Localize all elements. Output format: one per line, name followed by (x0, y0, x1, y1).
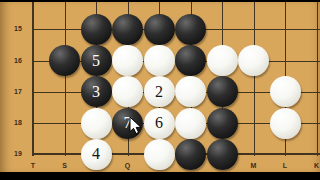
stone-black-S16[interactable] (49, 45, 80, 76)
stone-black-R16[interactable]: 5 (81, 45, 112, 76)
stone-black-N17[interactable] (207, 76, 238, 107)
stone-black-Q15[interactable] (112, 14, 143, 45)
stone-white-N16[interactable] (207, 45, 238, 76)
stone-white-P16[interactable] (144, 45, 175, 76)
stone-white-Q17[interactable] (112, 76, 143, 107)
stone-black-Q18[interactable]: 7 (112, 108, 143, 139)
stone-black-O15[interactable] (175, 14, 206, 45)
stone-white-M16[interactable] (238, 45, 269, 76)
video-frame: 141516171819TSRQPONMLK 532764 (0, 0, 320, 180)
stone-white-Q16[interactable] (112, 45, 143, 76)
move-number-5: 5 (92, 53, 100, 69)
stone-white-P18[interactable]: 6 (144, 108, 175, 139)
stone-white-R18[interactable] (81, 108, 112, 139)
stone-white-L17[interactable] (270, 76, 301, 107)
stone-black-N19[interactable] (207, 139, 238, 170)
stone-white-P19[interactable] (144, 139, 175, 170)
stones-grid: 532764 (17, 2, 320, 170)
move-number-6: 6 (155, 115, 163, 131)
stone-white-O18[interactable] (175, 108, 206, 139)
stone-black-N18[interactable] (207, 108, 238, 139)
stone-white-O17[interactable] (175, 76, 206, 107)
move-number-4: 4 (92, 146, 100, 162)
stone-white-R19[interactable]: 4 (81, 139, 112, 170)
stone-black-R17[interactable]: 3 (81, 76, 112, 107)
stone-white-L18[interactable] (270, 108, 301, 139)
stone-white-P17[interactable]: 2 (144, 76, 175, 107)
stone-black-R15[interactable] (81, 14, 112, 45)
move-number-3: 3 (92, 84, 100, 100)
stone-black-P15[interactable] (144, 14, 175, 45)
letterbox-bottom (0, 172, 320, 180)
stone-black-O19[interactable] (175, 139, 206, 170)
move-number-2: 2 (155, 84, 163, 100)
go-board[interactable]: 141516171819TSRQPONMLK 532764 (0, 2, 320, 172)
stone-black-O16[interactable] (175, 45, 206, 76)
move-number-7: 7 (124, 115, 132, 131)
